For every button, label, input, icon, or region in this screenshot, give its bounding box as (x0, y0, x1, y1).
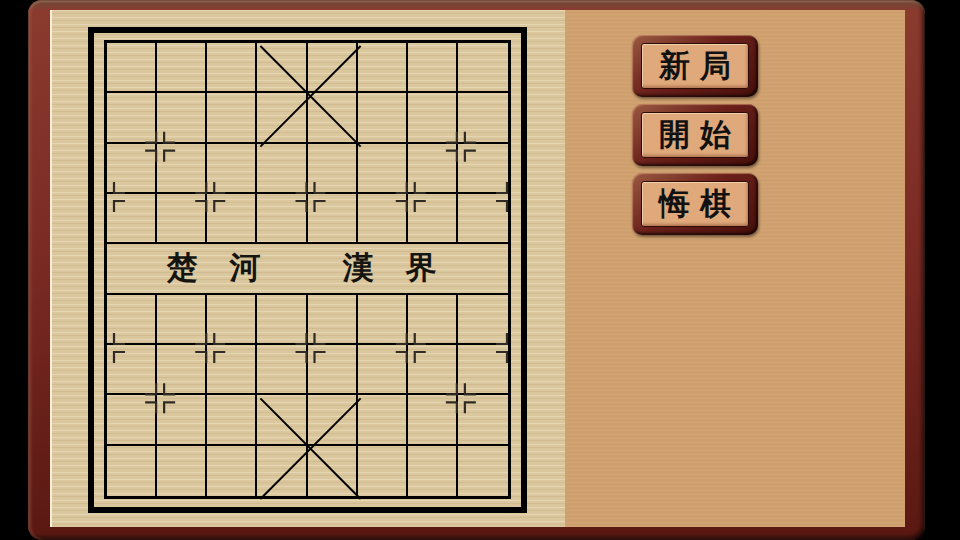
start-button-label: 開始 (641, 112, 749, 158)
board-cell[interactable] (257, 395, 307, 445)
board-cell[interactable] (207, 93, 257, 143)
app-root: { "game": "xiangqi", "position": "9/9/9/… (0, 0, 960, 540)
board-cell[interactable] (358, 194, 408, 244)
board-cell[interactable] (157, 446, 207, 496)
xiangqi-board[interactable]: 楚 河漢 界 (104, 40, 511, 499)
board-cell[interactable] (358, 446, 408, 496)
board-cell[interactable] (458, 194, 508, 244)
board-cell[interactable] (107, 194, 157, 244)
board-cell[interactable] (157, 43, 207, 93)
board-cell[interactable] (308, 93, 358, 143)
board-cell[interactable] (308, 144, 358, 194)
board-cell[interactable] (408, 43, 458, 93)
board-cell[interactable] (458, 446, 508, 496)
new-game-button[interactable]: 新局 (632, 35, 758, 97)
board-cell[interactable] (257, 295, 307, 345)
new-game-button-label: 新局 (641, 43, 749, 89)
board-cell[interactable] (408, 345, 458, 395)
window-content: 楚 河漢 界 新局 開始 悔棋 (50, 10, 905, 527)
board-cell[interactable] (207, 395, 257, 445)
board-cell[interactable] (107, 93, 157, 143)
board-cell[interactable] (358, 395, 408, 445)
board-cell[interactable] (157, 194, 207, 244)
board-panel: 楚 河漢 界 (52, 10, 565, 527)
board-cell[interactable] (458, 395, 508, 445)
board-cell[interactable] (157, 295, 207, 345)
board-cell[interactable] (207, 43, 257, 93)
board-cell[interactable] (358, 345, 408, 395)
board-cell[interactable] (107, 446, 157, 496)
board-cell[interactable] (458, 43, 508, 93)
board-cell[interactable] (408, 395, 458, 445)
side-panel: 新局 開始 悔棋 (565, 10, 905, 527)
board-cell[interactable] (107, 43, 157, 93)
board-cell[interactable] (207, 345, 257, 395)
board-cell[interactable] (257, 43, 307, 93)
board-cell[interactable] (308, 295, 358, 345)
board-cell[interactable] (358, 144, 408, 194)
undo-button-label: 悔棋 (641, 181, 749, 227)
board-cell[interactable] (408, 144, 458, 194)
board-cell[interactable] (458, 345, 508, 395)
button-column: 新局 開始 悔棋 (632, 35, 758, 235)
board-cell[interactable] (408, 93, 458, 143)
board-cell[interactable] (107, 295, 157, 345)
board-cell[interactable] (358, 93, 408, 143)
start-button[interactable]: 開始 (632, 104, 758, 166)
river-label-left: 楚 河 (167, 247, 273, 289)
board-cell[interactable] (458, 93, 508, 143)
board-cell[interactable] (308, 43, 358, 93)
board-cell[interactable] (207, 295, 257, 345)
river: 楚 河漢 界 (107, 244, 508, 294)
board-cell[interactable] (257, 345, 307, 395)
board-cell[interactable] (458, 144, 508, 194)
board-cell[interactable] (107, 144, 157, 194)
board-cell[interactable] (157, 93, 207, 143)
undo-button[interactable]: 悔棋 (632, 173, 758, 235)
board-cell[interactable] (207, 194, 257, 244)
board-cell[interactable] (157, 395, 207, 445)
board-cell[interactable] (257, 144, 307, 194)
board-cell[interactable] (358, 295, 408, 345)
board-cell[interactable] (207, 446, 257, 496)
board-cell[interactable] (107, 395, 157, 445)
board-cell[interactable] (458, 295, 508, 345)
board-cell[interactable] (257, 194, 307, 244)
app-window: 楚 河漢 界 新局 開始 悔棋 (28, 0, 925, 540)
board-cell[interactable] (157, 144, 207, 194)
board-cell[interactable] (358, 43, 408, 93)
board-cell[interactable] (257, 446, 307, 496)
board-cell[interactable] (308, 345, 358, 395)
board-cell[interactable] (408, 446, 458, 496)
board-cell[interactable] (107, 345, 157, 395)
board-cell[interactable] (408, 295, 458, 345)
board-cell[interactable] (408, 194, 458, 244)
board-cell[interactable] (257, 93, 307, 143)
river-label-right: 漢 界 (343, 247, 449, 289)
board-cell[interactable] (157, 345, 207, 395)
board-cell[interactable] (308, 194, 358, 244)
board-cell[interactable] (207, 144, 257, 194)
board-cell[interactable] (308, 395, 358, 445)
board-cell[interactable] (308, 446, 358, 496)
